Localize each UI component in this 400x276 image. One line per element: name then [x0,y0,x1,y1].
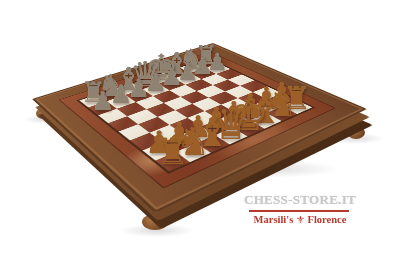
piece-white-rook[interactable]: ♜ [157,134,189,170]
brand-left: Marsili's [254,214,294,225]
watermark-brand-text: Marsili's ⚜ Florence [241,214,359,225]
fleur-de-lis-icon: ⚜ [296,214,305,225]
watermark-divider [249,210,349,212]
watermark-store-text: CHESS-STORE.IT [244,192,356,208]
piece-black-pawn[interactable]: ♟ [91,88,114,114]
product-photo: CHESS-STORE.IT Marsili's ⚜ Florence ♜♞♝♛… [0,0,400,276]
brand-right: Florence [308,214,347,225]
